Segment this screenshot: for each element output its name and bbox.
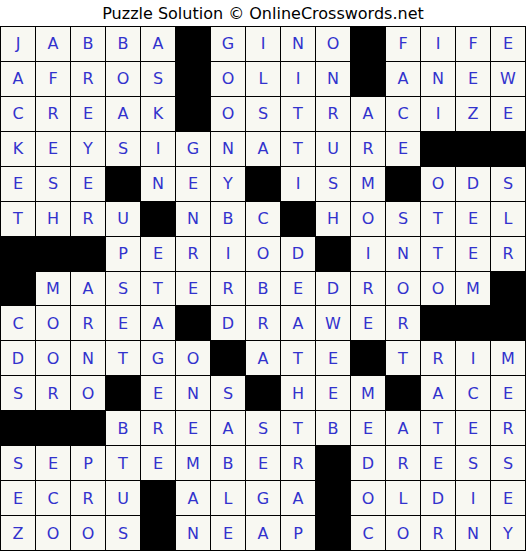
grid-cell-r7c9: D	[281, 237, 315, 271]
grid-cell-r12c7: A	[211, 411, 245, 445]
grid-cell-r1c8: I	[246, 27, 280, 61]
grid-cell-r7c7: I	[211, 237, 245, 271]
grid-cell-r10c10: E	[316, 341, 350, 375]
grid-cell-r2c15: W	[491, 62, 525, 96]
grid-cell-r1c14: F	[456, 27, 490, 61]
grid-cell-r9c7: D	[211, 306, 245, 340]
black-cell-r12c3	[71, 411, 105, 445]
grid-cell-r6c11: O	[351, 202, 385, 236]
black-cell-r8c1	[1, 272, 35, 306]
grid-cell-r11c14: C	[456, 376, 490, 410]
grid-cell-r5c6: E	[176, 167, 210, 201]
grid-cell-r11c7: S	[211, 376, 245, 410]
grid-cell-r12c13: T	[421, 411, 455, 445]
black-cell-r13c10	[316, 446, 350, 480]
black-cell-r9c6	[176, 306, 210, 340]
black-cell-r14c5	[141, 481, 175, 515]
grid-cell-r6c4: U	[106, 202, 140, 236]
black-cell-r8c15	[491, 272, 525, 306]
grid-cell-r6c15: L	[491, 202, 525, 236]
grid-cell-r4c1: K	[1, 132, 35, 166]
grid-cell-r2c8: L	[246, 62, 280, 96]
grid-cell-r5c3: E	[71, 167, 105, 201]
grid-cell-r10c4: T	[106, 341, 140, 375]
grid-cell-r12c5: R	[141, 411, 175, 445]
grid-cell-r7c12: N	[386, 237, 420, 271]
grid-cell-r9c12: R	[386, 306, 420, 340]
grid-cell-r2c2: F	[36, 62, 70, 96]
grid-cell-r4c7: N	[211, 132, 245, 166]
grid-cell-r1c4: B	[106, 27, 140, 61]
grid-cell-r10c14: I	[456, 341, 490, 375]
grid-cell-r15c14: N	[456, 516, 490, 550]
grid-cell-r11c3: O	[71, 376, 105, 410]
puzzle-solution-page: Puzzle Solution © OnlineCrosswords.net J…	[0, 0, 526, 551]
black-cell-r2c11	[351, 62, 385, 96]
black-cell-r5c4	[106, 167, 140, 201]
grid-cell-r2c7: O	[211, 62, 245, 96]
grid-cell-r7c14: E	[456, 237, 490, 271]
black-cell-r4c14	[456, 132, 490, 166]
grid-cell-r2c5: S	[141, 62, 175, 96]
black-cell-r10c11	[351, 341, 385, 375]
grid-cell-r8c12: O	[386, 272, 420, 306]
grid-cell-r1c13: I	[421, 27, 455, 61]
grid-cell-r13c2: E	[36, 446, 70, 480]
grid-cell-r11c6: N	[176, 376, 210, 410]
grid-cell-r8c14: M	[456, 272, 490, 306]
grid-cell-r11c2: R	[36, 376, 70, 410]
grid-cell-r1c10: O	[316, 27, 350, 61]
grid-cell-r11c9: H	[281, 376, 315, 410]
black-cell-r7c10	[316, 237, 350, 271]
grid-cell-r6c1: T	[1, 202, 35, 236]
grid-cell-r3c13: I	[421, 97, 455, 131]
grid-cell-r13c8: E	[246, 446, 280, 480]
grid-cell-r8c6: E	[176, 272, 210, 306]
grid-cell-r2c14: E	[456, 62, 490, 96]
grid-cell-r3c2: R	[36, 97, 70, 131]
grid-cell-r6c6: N	[176, 202, 210, 236]
black-cell-r14c10	[316, 481, 350, 515]
grid-cell-r13c3: P	[71, 446, 105, 480]
grid-cell-r5c15: S	[491, 167, 525, 201]
grid-cell-r15c2: O	[36, 516, 70, 550]
grid-cell-r10c3: N	[71, 341, 105, 375]
grid-cell-r2c1: A	[1, 62, 35, 96]
grid-cell-r5c10: S	[316, 167, 350, 201]
grid-cell-r5c1: E	[1, 167, 35, 201]
grid-cell-r8c13: O	[421, 272, 455, 306]
grid-cell-r15c12: O	[386, 516, 420, 550]
grid-cell-r7c13: T	[421, 237, 455, 271]
grid-cell-r1c3: B	[71, 27, 105, 61]
grid-cell-r9c10: W	[316, 306, 350, 340]
black-cell-r6c9	[281, 202, 315, 236]
black-cell-r5c8	[246, 167, 280, 201]
grid-cell-r15c9: P	[281, 516, 315, 550]
black-cell-r7c2	[36, 237, 70, 271]
grid-cell-r12c10: B	[316, 411, 350, 445]
grid-cell-r3c11: A	[351, 97, 385, 131]
grid-cell-r15c15: Y	[491, 516, 525, 550]
grid-cell-r4c8: A	[246, 132, 280, 166]
grid-cell-r7c11: I	[351, 237, 385, 271]
grid-cell-r13c14: S	[456, 446, 490, 480]
grid-cell-r5c7: Y	[211, 167, 245, 201]
grid-cell-r3c12: C	[386, 97, 420, 131]
black-cell-r12c2	[36, 411, 70, 445]
grid-cell-r9c1: C	[1, 306, 35, 340]
grid-cell-r11c13: A	[421, 376, 455, 410]
grid-cell-r10c12: T	[386, 341, 420, 375]
grid-cell-r13c7: B	[211, 446, 245, 480]
grid-cell-r14c7: L	[211, 481, 245, 515]
black-cell-r7c1	[1, 237, 35, 271]
grid-cell-r5c9: I	[281, 167, 315, 201]
grid-cell-r15c8: A	[246, 516, 280, 550]
grid-cell-r14c13: D	[421, 481, 455, 515]
grid-cell-r9c3: R	[71, 306, 105, 340]
grid-cell-r2c9: I	[281, 62, 315, 96]
grid-cell-r6c7: B	[211, 202, 245, 236]
grid-cell-r6c8: C	[246, 202, 280, 236]
grid-cell-r1c2: A	[36, 27, 70, 61]
black-cell-r7c3	[71, 237, 105, 271]
grid-cell-r8c4: S	[106, 272, 140, 306]
grid-cell-r6c2: H	[36, 202, 70, 236]
black-cell-r2c6	[176, 62, 210, 96]
grid-cell-r4c4: S	[106, 132, 140, 166]
grid-cell-r15c1: Z	[1, 516, 35, 550]
grid-cell-r11c1: S	[1, 376, 35, 410]
grid-cell-r1c15: E	[491, 27, 525, 61]
grid-cell-r10c15: M	[491, 341, 525, 375]
grid-cell-r14c2: C	[36, 481, 70, 515]
grid-cell-r3c5: K	[141, 97, 175, 131]
grid-cell-r15c4: S	[106, 516, 140, 550]
grid-cell-r5c11: M	[351, 167, 385, 201]
grid-cell-r9c5: A	[141, 306, 175, 340]
grid-cell-r13c15: S	[491, 446, 525, 480]
black-cell-r4c13	[421, 132, 455, 166]
grid-cell-r3c14: Z	[456, 97, 490, 131]
grid-cell-r13c11: D	[351, 446, 385, 480]
grid-cell-r14c15: E	[491, 481, 525, 515]
grid-cell-r1c5: A	[141, 27, 175, 61]
grid-cell-r10c8: A	[246, 341, 280, 375]
grid-cell-r9c9: A	[281, 306, 315, 340]
grid-cell-r7c15: R	[491, 237, 525, 271]
black-cell-r9c15	[491, 306, 525, 340]
grid-cell-r4c12: E	[386, 132, 420, 166]
grid-cell-r2c3: R	[71, 62, 105, 96]
grid-cell-r3c4: A	[106, 97, 140, 131]
grid-cell-r4c10: U	[316, 132, 350, 166]
crossword-grid: JABBAGINOFIFEAFROSOLINANEWCREAKOSTRACIZE…	[0, 26, 526, 551]
grid-cell-r14c4: U	[106, 481, 140, 515]
grid-cell-r14c6: A	[176, 481, 210, 515]
grid-cell-r14c12: L	[386, 481, 420, 515]
black-cell-r10c7	[211, 341, 245, 375]
grid-cell-r6c13: T	[421, 202, 455, 236]
grid-cell-r12c12: A	[386, 411, 420, 445]
grid-cell-r15c7: E	[211, 516, 245, 550]
grid-cell-r13c4: T	[106, 446, 140, 480]
grid-cell-r8c9: E	[281, 272, 315, 306]
black-cell-r6c5	[141, 202, 175, 236]
grid-cell-r12c8: S	[246, 411, 280, 445]
black-cell-r11c4	[106, 376, 140, 410]
grid-cell-r8c5: T	[141, 272, 175, 306]
grid-cell-r5c14: D	[456, 167, 490, 201]
black-cell-r3c6	[176, 97, 210, 131]
grid-cell-r5c13: O	[421, 167, 455, 201]
grid-cell-r10c9: T	[281, 341, 315, 375]
grid-cell-r3c8: S	[246, 97, 280, 131]
grid-cell-r14c14: I	[456, 481, 490, 515]
grid-cell-r12c9: T	[281, 411, 315, 445]
grid-cell-r1c1: J	[1, 27, 35, 61]
grid-cell-r6c3: R	[71, 202, 105, 236]
grid-cell-r2c10: N	[316, 62, 350, 96]
black-cell-r11c12	[386, 376, 420, 410]
grid-cell-r15c3: O	[71, 516, 105, 550]
grid-cell-r6c10: H	[316, 202, 350, 236]
grid-cell-r11c11: M	[351, 376, 385, 410]
grid-cell-r9c4: E	[106, 306, 140, 340]
grid-cell-r10c2: O	[36, 341, 70, 375]
black-cell-r12c1	[1, 411, 35, 445]
grid-cell-r8c3: A	[71, 272, 105, 306]
grid-cell-r13c9: R	[281, 446, 315, 480]
grid-cell-r12c11: E	[351, 411, 385, 445]
grid-cell-r4c2: E	[36, 132, 70, 166]
grid-cell-r3c3: E	[71, 97, 105, 131]
grid-cell-r15c11: C	[351, 516, 385, 550]
grid-cell-r11c15: E	[491, 376, 525, 410]
grid-cell-r7c8: O	[246, 237, 280, 271]
grid-cell-r1c7: G	[211, 27, 245, 61]
grid-cell-r14c9: A	[281, 481, 315, 515]
grid-cell-r1c9: N	[281, 27, 315, 61]
grid-cell-r4c9: T	[281, 132, 315, 166]
black-cell-r4c15	[491, 132, 525, 166]
grid-cell-r7c6: R	[176, 237, 210, 271]
black-cell-r15c5	[141, 516, 175, 550]
grid-cell-r2c4: O	[106, 62, 140, 96]
grid-cell-r8c8: B	[246, 272, 280, 306]
grid-cell-r4c5: I	[141, 132, 175, 166]
black-cell-r9c13	[421, 306, 455, 340]
grid-cell-r12c4: B	[106, 411, 140, 445]
grid-cell-r8c11: R	[351, 272, 385, 306]
grid-cell-r4c6: G	[176, 132, 210, 166]
grid-cell-r7c4: P	[106, 237, 140, 271]
grid-cell-r2c12: A	[386, 62, 420, 96]
grid-cell-r11c10: E	[316, 376, 350, 410]
grid-cell-r3c10: R	[316, 97, 350, 131]
grid-cell-r4c11: R	[351, 132, 385, 166]
grid-cell-r3c15: E	[491, 97, 525, 131]
page-title: Puzzle Solution © OnlineCrosswords.net	[0, 0, 526, 26]
grid-cell-r2c13: N	[421, 62, 455, 96]
grid-cell-r15c6: N	[176, 516, 210, 550]
grid-cell-r14c11: O	[351, 481, 385, 515]
grid-cell-r13c1: S	[1, 446, 35, 480]
grid-cell-r10c5: G	[141, 341, 175, 375]
grid-cell-r13c12: R	[386, 446, 420, 480]
grid-cell-r13c5: E	[141, 446, 175, 480]
grid-cell-r14c3: R	[71, 481, 105, 515]
grid-cell-r13c13: E	[421, 446, 455, 480]
grid-cell-r14c8: G	[246, 481, 280, 515]
black-cell-r9c14	[456, 306, 490, 340]
grid-cell-r11c5: E	[141, 376, 175, 410]
grid-cell-r7c5: E	[141, 237, 175, 271]
grid-cell-r5c5: N	[141, 167, 175, 201]
grid-cell-r15c13: R	[421, 516, 455, 550]
grid-cell-r12c6: E	[176, 411, 210, 445]
grid-cell-r10c6: O	[176, 341, 210, 375]
grid-cell-r4c3: Y	[71, 132, 105, 166]
grid-cell-r14c1: E	[1, 481, 35, 515]
black-cell-r1c11	[351, 27, 385, 61]
grid-cell-r6c14: E	[456, 202, 490, 236]
grid-cell-r12c14: E	[456, 411, 490, 445]
grid-cell-r3c9: T	[281, 97, 315, 131]
grid-cell-r1c12: F	[386, 27, 420, 61]
grid-cell-r8c7: R	[211, 272, 245, 306]
grid-cell-r12c15: R	[491, 411, 525, 445]
grid-cell-r3c1: C	[1, 97, 35, 131]
grid-cell-r9c8: R	[246, 306, 280, 340]
grid-cell-r13c6: M	[176, 446, 210, 480]
grid-cell-r10c1: D	[1, 341, 35, 375]
grid-cell-r8c10: D	[316, 272, 350, 306]
grid-cell-r3c7: O	[211, 97, 245, 131]
black-cell-r15c10	[316, 516, 350, 550]
grid-cell-r9c11: E	[351, 306, 385, 340]
black-cell-r11c8	[246, 376, 280, 410]
grid-cell-r8c2: M	[36, 272, 70, 306]
grid-cell-r10c13: R	[421, 341, 455, 375]
black-cell-r1c6	[176, 27, 210, 61]
grid-cell-r6c12: S	[386, 202, 420, 236]
grid-cell-r9c2: O	[36, 306, 70, 340]
grid-cell-r5c2: S	[36, 167, 70, 201]
black-cell-r5c12	[386, 167, 420, 201]
